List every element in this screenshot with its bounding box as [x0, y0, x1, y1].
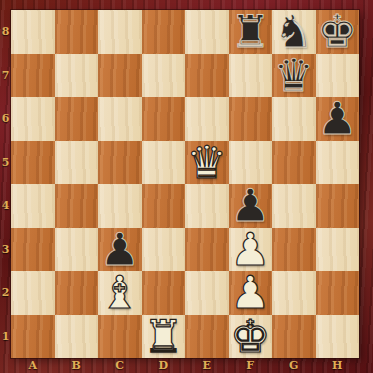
square-f1[interactable]: ♚	[229, 315, 273, 359]
rank-label-3: 3	[0, 228, 11, 272]
file-label-d: D	[142, 357, 186, 373]
square-a4[interactable]	[11, 184, 55, 228]
rank-label-7: 7	[0, 54, 11, 98]
square-h5[interactable]	[316, 141, 360, 185]
square-g2[interactable]	[272, 271, 316, 315]
square-c2[interactable]: ♝	[98, 271, 142, 315]
square-c8[interactable]	[98, 10, 142, 54]
square-a1[interactable]	[11, 315, 55, 359]
file-label-c: C	[98, 357, 142, 373]
square-d8[interactable]	[142, 10, 186, 54]
square-d7[interactable]	[142, 54, 186, 98]
square-f4[interactable]: ♟	[229, 184, 273, 228]
square-b8[interactable]	[55, 10, 99, 54]
black-king-piece[interactable]: ♚	[317, 10, 357, 53]
file-label-f: F	[229, 357, 273, 373]
square-h1[interactable]	[316, 315, 360, 359]
file-label-h: H	[316, 357, 360, 373]
square-b7[interactable]	[55, 54, 99, 98]
square-f8[interactable]: ♜	[229, 10, 273, 54]
square-d3[interactable]	[142, 228, 186, 272]
square-d6[interactable]	[142, 97, 186, 141]
square-b5[interactable]	[55, 141, 99, 185]
square-f7[interactable]	[229, 54, 273, 98]
file-label-g: G	[272, 357, 316, 373]
file-label-b: B	[55, 357, 99, 373]
black-pawn-piece[interactable]: ♟	[317, 97, 357, 140]
black-pawn-piece[interactable]: ♟	[100, 228, 140, 271]
square-g1[interactable]	[272, 315, 316, 359]
square-f3[interactable]: ♟	[229, 228, 273, 272]
square-a8[interactable]	[11, 10, 55, 54]
black-queen-piece[interactable]: ♛	[274, 54, 314, 97]
square-a2[interactable]	[11, 271, 55, 315]
rank-label-1: 1	[0, 315, 11, 359]
square-a5[interactable]	[11, 141, 55, 185]
square-e8[interactable]	[185, 10, 229, 54]
square-c3[interactable]: ♟	[98, 228, 142, 272]
square-h3[interactable]	[316, 228, 360, 272]
square-e7[interactable]	[185, 54, 229, 98]
file-label-a: A	[11, 357, 55, 373]
square-h2[interactable]	[316, 271, 360, 315]
square-d1[interactable]: ♜	[142, 315, 186, 359]
square-g4[interactable]	[272, 184, 316, 228]
black-knight-piece[interactable]: ♞	[274, 10, 314, 53]
square-a3[interactable]	[11, 228, 55, 272]
square-f5[interactable]	[229, 141, 273, 185]
square-d4[interactable]	[142, 184, 186, 228]
square-h6[interactable]: ♟	[316, 97, 360, 141]
rank-label-8: 8	[0, 10, 11, 54]
square-b4[interactable]	[55, 184, 99, 228]
square-h7[interactable]	[316, 54, 360, 98]
square-e5[interactable]: ♛	[185, 141, 229, 185]
square-a6[interactable]	[11, 97, 55, 141]
white-pawn-piece[interactable]: ♟	[230, 271, 270, 314]
chess-board: ♜♞♚♛♟♛♟♟♟♝♟♜♚	[11, 10, 359, 358]
square-b2[interactable]	[55, 271, 99, 315]
square-c7[interactable]	[98, 54, 142, 98]
square-g3[interactable]	[272, 228, 316, 272]
square-c6[interactable]	[98, 97, 142, 141]
black-pawn-piece[interactable]: ♟	[230, 184, 270, 227]
square-b6[interactable]	[55, 97, 99, 141]
square-g6[interactable]	[272, 97, 316, 141]
white-king-piece[interactable]: ♚	[230, 315, 270, 358]
square-c4[interactable]	[98, 184, 142, 228]
square-b1[interactable]	[55, 315, 99, 359]
square-e6[interactable]	[185, 97, 229, 141]
rank-label-2: 2	[0, 271, 11, 315]
white-queen-piece[interactable]: ♛	[187, 141, 227, 184]
square-c5[interactable]	[98, 141, 142, 185]
square-a7[interactable]	[11, 54, 55, 98]
square-h8[interactable]: ♚	[316, 10, 360, 54]
rank-label-5: 5	[0, 141, 11, 185]
square-e2[interactable]	[185, 271, 229, 315]
square-e4[interactable]	[185, 184, 229, 228]
square-g7[interactable]: ♛	[272, 54, 316, 98]
white-rook-piece[interactable]: ♜	[143, 315, 183, 358]
black-rook-piece[interactable]: ♜	[230, 10, 270, 53]
square-g8[interactable]: ♞	[272, 10, 316, 54]
rank-label-4: 4	[0, 184, 11, 228]
square-h4[interactable]	[316, 184, 360, 228]
square-e3[interactable]	[185, 228, 229, 272]
square-b3[interactable]	[55, 228, 99, 272]
square-d5[interactable]	[142, 141, 186, 185]
white-bishop-piece[interactable]: ♝	[100, 271, 140, 314]
chess-diagram: ♜♞♚♛♟♛♟♟♟♝♟♜♚ 87654321ABCDEFGH	[0, 0, 373, 373]
square-e1[interactable]	[185, 315, 229, 359]
rank-label-6: 6	[0, 97, 11, 141]
square-f2[interactable]: ♟	[229, 271, 273, 315]
square-c1[interactable]	[98, 315, 142, 359]
square-d2[interactable]	[142, 271, 186, 315]
file-label-e: E	[185, 357, 229, 373]
white-pawn-piece[interactable]: ♟	[230, 228, 270, 271]
square-f6[interactable]	[229, 97, 273, 141]
square-g5[interactable]	[272, 141, 316, 185]
